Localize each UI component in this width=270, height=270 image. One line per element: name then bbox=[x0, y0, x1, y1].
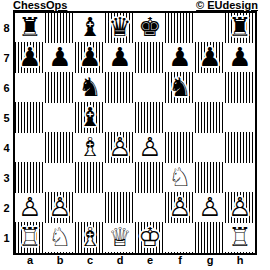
black-pawn[interactable]: ♟ bbox=[15, 43, 45, 73]
square-b4[interactable] bbox=[45, 133, 75, 163]
square-f7[interactable]: ♟ bbox=[165, 43, 195, 73]
square-d5[interactable] bbox=[105, 103, 135, 133]
square-e1[interactable]: ♚♔ bbox=[135, 223, 165, 253]
square-e5[interactable] bbox=[135, 103, 165, 133]
square-h7[interactable]: ♟ bbox=[225, 43, 255, 73]
piece-outline: ♕ bbox=[105, 223, 135, 253]
square-a8[interactable]: ♜ bbox=[15, 13, 45, 43]
square-f8[interactable] bbox=[165, 13, 195, 43]
square-d7[interactable]: ♟ bbox=[105, 43, 135, 73]
file-label-d: d bbox=[105, 253, 135, 268]
black-knight[interactable]: ♞ bbox=[75, 73, 105, 103]
app-title: ChessOps bbox=[13, 0, 67, 11]
square-a2[interactable]: ♟♙ bbox=[15, 193, 45, 223]
square-a6[interactable] bbox=[15, 73, 45, 103]
square-c4[interactable]: ♝♗ bbox=[75, 133, 105, 163]
rank-label-6: 6 bbox=[0, 73, 13, 103]
square-f5[interactable] bbox=[165, 103, 195, 133]
square-c2[interactable] bbox=[75, 193, 105, 223]
piece-outline: ♗ bbox=[75, 223, 105, 253]
piece-outline: ♖ bbox=[225, 223, 255, 253]
square-c1[interactable]: ♝♗ bbox=[75, 223, 105, 253]
white-king[interactable]: ♚♔ bbox=[135, 223, 165, 253]
square-f3[interactable]: ♞♘ bbox=[165, 163, 195, 193]
white-pawn[interactable]: ♟♙ bbox=[225, 193, 255, 223]
credit-text: © EUdesign bbox=[196, 0, 258, 11]
black-pawn[interactable]: ♟ bbox=[105, 43, 135, 73]
black-bishop[interactable]: ♝ bbox=[75, 103, 105, 133]
square-g8[interactable] bbox=[195, 13, 225, 43]
rank-label-5: 5 bbox=[0, 103, 13, 133]
black-rook[interactable]: ♜ bbox=[225, 13, 255, 43]
piece-outline: ♙ bbox=[105, 133, 135, 163]
piece-outline: ♘ bbox=[45, 223, 75, 253]
square-e7[interactable] bbox=[135, 43, 165, 73]
rank-label-7: 7 bbox=[0, 43, 13, 73]
square-b2[interactable]: ♟♙ bbox=[45, 193, 75, 223]
piece-outline: ♖ bbox=[15, 223, 45, 253]
square-b6[interactable] bbox=[45, 73, 75, 103]
square-g1[interactable] bbox=[195, 223, 225, 253]
piece-outline: ♔ bbox=[135, 223, 165, 253]
white-pawn[interactable]: ♟♙ bbox=[105, 133, 135, 163]
square-d3[interactable] bbox=[105, 163, 135, 193]
square-a7[interactable]: ♟ bbox=[15, 43, 45, 73]
white-pawn[interactable]: ♟♙ bbox=[165, 193, 195, 223]
white-pawn[interactable]: ♟♙ bbox=[135, 133, 165, 163]
square-e6[interactable] bbox=[135, 73, 165, 103]
square-a5[interactable] bbox=[15, 103, 45, 133]
square-f4[interactable] bbox=[165, 133, 195, 163]
piece-outline: ♘ bbox=[165, 163, 195, 193]
rank-label-3: 3 bbox=[0, 163, 13, 193]
white-rook[interactable]: ♜♖ bbox=[225, 223, 255, 253]
file-label-g: g bbox=[195, 253, 225, 268]
square-c8[interactable]: ♝ bbox=[75, 13, 105, 43]
square-h4[interactable] bbox=[225, 133, 255, 163]
file-label-h: h bbox=[225, 253, 255, 268]
black-pawn[interactable]: ♟ bbox=[165, 43, 195, 73]
square-g5[interactable] bbox=[195, 103, 225, 133]
square-h1[interactable]: ♜♖ bbox=[225, 223, 255, 253]
white-knight[interactable]: ♞♘ bbox=[165, 163, 195, 193]
square-b5[interactable] bbox=[45, 103, 75, 133]
piece-outline: ♙ bbox=[225, 193, 255, 223]
square-b8[interactable] bbox=[45, 13, 75, 43]
square-f1[interactable] bbox=[165, 223, 195, 253]
black-rook[interactable]: ♜ bbox=[15, 13, 45, 43]
square-h8[interactable]: ♜ bbox=[225, 13, 255, 43]
rank-label-4: 4 bbox=[0, 133, 13, 163]
square-c7[interactable]: ♟ bbox=[75, 43, 105, 73]
square-d4[interactable]: ♟♙ bbox=[105, 133, 135, 163]
file-label-f: f bbox=[165, 253, 195, 268]
square-f6[interactable]: ♞ bbox=[165, 73, 195, 103]
piece-outline: ♙ bbox=[15, 193, 45, 223]
black-pawn[interactable]: ♟ bbox=[225, 43, 255, 73]
square-h6[interactable] bbox=[225, 73, 255, 103]
white-bishop[interactable]: ♝♗ bbox=[75, 223, 105, 253]
square-a1[interactable]: ♜♖ bbox=[15, 223, 45, 253]
black-pawn[interactable]: ♟ bbox=[45, 43, 75, 73]
black-knight[interactable]: ♞ bbox=[165, 73, 195, 103]
white-pawn[interactable]: ♟♙ bbox=[15, 193, 45, 223]
square-d1[interactable]: ♛♕ bbox=[105, 223, 135, 253]
square-b3[interactable] bbox=[45, 163, 75, 193]
file-label-a: a bbox=[15, 253, 45, 268]
black-king[interactable]: ♚ bbox=[135, 13, 165, 43]
piece-outline: ♙ bbox=[195, 193, 225, 223]
square-e4[interactable]: ♟♙ bbox=[135, 133, 165, 163]
file-label-e: e bbox=[135, 253, 165, 268]
rank-labels: 87654321 bbox=[0, 13, 13, 253]
square-h3[interactable] bbox=[225, 163, 255, 193]
square-g4[interactable] bbox=[195, 133, 225, 163]
white-pawn[interactable]: ♟♙ bbox=[45, 193, 75, 223]
square-d6[interactable] bbox=[105, 73, 135, 103]
square-f2[interactable]: ♟♙ bbox=[165, 193, 195, 223]
file-label-b: b bbox=[45, 253, 75, 268]
rank-label-8: 8 bbox=[0, 13, 13, 43]
rank-label-1: 1 bbox=[0, 223, 13, 253]
board: ♜♝♛♚♜♟♟♟♟♟♟♟♞♞♝♝♗♟♙♟♙♞♘♟♙♟♙♟♙♟♙♟♙♜♖♞♘♝♗♛… bbox=[13, 11, 257, 255]
white-queen[interactable]: ♛♕ bbox=[105, 223, 135, 253]
black-bishop[interactable]: ♝ bbox=[75, 13, 105, 43]
piece-outline: ♗ bbox=[75, 133, 105, 163]
square-b7[interactable]: ♟ bbox=[45, 43, 75, 73]
square-d8[interactable]: ♛ bbox=[105, 13, 135, 43]
black-pawn[interactable]: ♟ bbox=[195, 43, 225, 73]
rank-label-2: 2 bbox=[0, 193, 13, 223]
square-e3[interactable] bbox=[135, 163, 165, 193]
white-knight[interactable]: ♞♘ bbox=[45, 223, 75, 253]
square-g3[interactable] bbox=[195, 163, 225, 193]
square-g2[interactable]: ♟♙ bbox=[195, 193, 225, 223]
piece-outline: ♙ bbox=[135, 133, 165, 163]
white-pawn[interactable]: ♟♙ bbox=[195, 193, 225, 223]
square-c3[interactable] bbox=[75, 163, 105, 193]
square-h2[interactable]: ♟♙ bbox=[225, 193, 255, 223]
chessops-window: ChessOps © EUdesign 87654321 ♜♝♛♚♜♟♟♟♟♟♟… bbox=[0, 0, 270, 270]
piece-outline: ♙ bbox=[165, 193, 195, 223]
square-a3[interactable] bbox=[15, 163, 45, 193]
square-b1[interactable]: ♞♘ bbox=[45, 223, 75, 253]
square-a4[interactable] bbox=[15, 133, 45, 163]
black-queen[interactable]: ♛ bbox=[105, 13, 135, 43]
white-rook[interactable]: ♜♖ bbox=[15, 223, 45, 253]
piece-outline: ♙ bbox=[45, 193, 75, 223]
file-label-c: c bbox=[75, 253, 105, 268]
square-g6[interactable] bbox=[195, 73, 225, 103]
square-c6[interactable]: ♞ bbox=[75, 73, 105, 103]
square-g7[interactable]: ♟ bbox=[195, 43, 225, 73]
black-pawn[interactable]: ♟ bbox=[75, 43, 105, 73]
square-c5[interactable]: ♝ bbox=[75, 103, 105, 133]
square-e8[interactable]: ♚ bbox=[135, 13, 165, 43]
square-h5[interactable] bbox=[225, 103, 255, 133]
square-d2[interactable] bbox=[105, 193, 135, 223]
file-labels: abcdefgh bbox=[15, 253, 255, 268]
white-bishop[interactable]: ♝♗ bbox=[75, 133, 105, 163]
square-e2[interactable] bbox=[135, 193, 165, 223]
